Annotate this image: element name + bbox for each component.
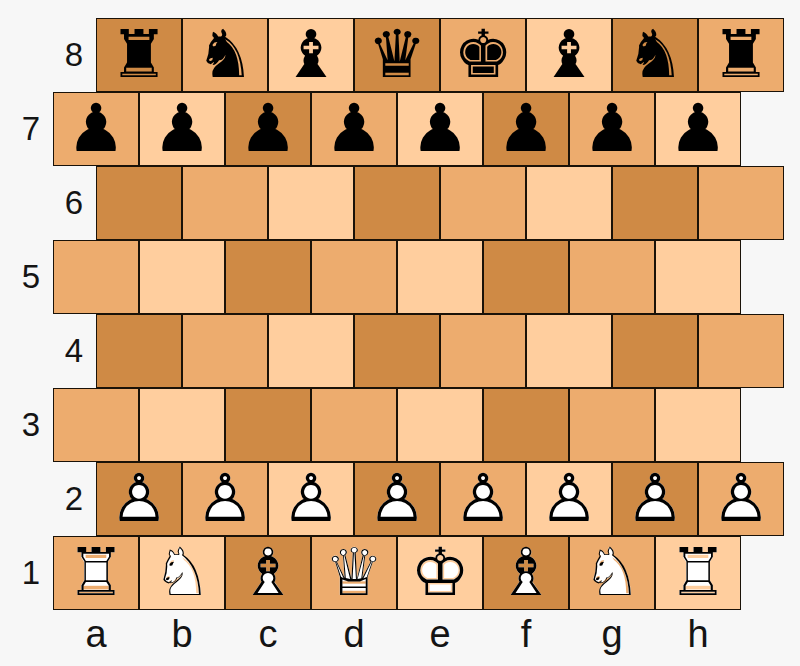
square-b1[interactable]: ♞♘ — [139, 536, 225, 610]
piece-glyph: ♝ — [527, 19, 611, 91]
square-a6[interactable] — [96, 166, 182, 240]
piece-outline: ♕ — [312, 537, 396, 609]
square-a8[interactable]: ♜ — [96, 18, 182, 92]
piece-black-pawn: ♟ — [226, 93, 310, 165]
square-c7[interactable]: ♟ — [225, 92, 311, 166]
square-d5[interactable] — [311, 240, 397, 314]
square-f6[interactable] — [526, 166, 612, 240]
piece-white-pawn: ♟♙ — [183, 463, 267, 535]
square-c3[interactable] — [225, 388, 311, 462]
square-e7[interactable]: ♟ — [397, 92, 483, 166]
square-e2[interactable]: ♟♙ — [440, 462, 526, 536]
rank-label-5: 5 — [10, 240, 53, 314]
rank-row-8: 8♜♞♝♛♚♝♞♜ — [0, 18, 800, 92]
square-g6[interactable] — [612, 166, 698, 240]
square-b2[interactable]: ♟♙ — [182, 462, 268, 536]
piece-white-pawn: ♟♙ — [355, 463, 439, 535]
rank-row-5: 5 — [0, 240, 800, 314]
piece-glyph: ♝ — [269, 19, 353, 91]
file-label-f: f — [483, 613, 569, 655]
file-label-h: h — [655, 613, 741, 655]
rank-label-3: 3 — [10, 388, 53, 462]
square-a7[interactable]: ♟ — [53, 92, 139, 166]
square-a3[interactable] — [53, 388, 139, 462]
square-g4[interactable] — [612, 314, 698, 388]
piece-outline: ♙ — [183, 463, 267, 535]
square-a2[interactable]: ♟♙ — [96, 462, 182, 536]
square-g3[interactable] — [569, 388, 655, 462]
square-h6[interactable] — [698, 166, 784, 240]
square-e6[interactable] — [440, 166, 526, 240]
rank-row-7: 7♟♟♟♟♟♟♟♟ — [0, 92, 800, 166]
piece-white-pawn: ♟♙ — [613, 463, 697, 535]
square-h3[interactable] — [655, 388, 741, 462]
piece-glyph: ♟ — [656, 93, 740, 165]
square-c1[interactable]: ♝♗ — [225, 536, 311, 610]
square-b3[interactable] — [139, 388, 225, 462]
piece-white-rook: ♜♖ — [656, 537, 740, 609]
rank-row-3: 3 — [0, 388, 800, 462]
chessboard: 8♜♞♝♛♚♝♞♜7♟♟♟♟♟♟♟♟65432♟♙♟♙♟♙♟♙♟♙♟♙♟♙♟♙1… — [0, 0, 800, 655]
square-f3[interactable] — [483, 388, 569, 462]
piece-black-pawn: ♟ — [656, 93, 740, 165]
piece-outline: ♙ — [269, 463, 353, 535]
piece-outline: ♘ — [140, 537, 224, 609]
piece-outline: ♙ — [441, 463, 525, 535]
piece-black-pawn: ♟ — [398, 93, 482, 165]
piece-black-knight: ♞ — [613, 19, 697, 91]
square-b7[interactable]: ♟ — [139, 92, 225, 166]
piece-glyph: ♟ — [312, 93, 396, 165]
piece-outline: ♖ — [54, 537, 138, 609]
square-d1[interactable]: ♛♕ — [311, 536, 397, 610]
square-a5[interactable] — [53, 240, 139, 314]
piece-white-knight: ♞♘ — [140, 537, 224, 609]
square-e4[interactable] — [440, 314, 526, 388]
rank-label-4: 4 — [53, 314, 96, 388]
piece-glyph: ♟ — [484, 93, 568, 165]
piece-black-bishop: ♝ — [527, 19, 611, 91]
square-c4[interactable] — [268, 314, 354, 388]
piece-black-pawn: ♟ — [312, 93, 396, 165]
square-f2[interactable]: ♟♙ — [526, 462, 612, 536]
piece-glyph: ♟ — [226, 93, 310, 165]
square-f7[interactable]: ♟ — [483, 92, 569, 166]
square-g1[interactable]: ♞♘ — [569, 536, 655, 610]
square-b8[interactable]: ♞ — [182, 18, 268, 92]
piece-black-rook: ♜ — [699, 19, 783, 91]
piece-outline: ♙ — [699, 463, 783, 535]
square-d6[interactable] — [354, 166, 440, 240]
piece-white-pawn: ♟♙ — [527, 463, 611, 535]
piece-glyph: ♛ — [355, 19, 439, 91]
square-h8[interactable]: ♜ — [698, 18, 784, 92]
piece-glyph: ♟ — [140, 93, 224, 165]
square-h1[interactable]: ♜♖ — [655, 536, 741, 610]
square-g8[interactable]: ♞ — [612, 18, 698, 92]
square-h4[interactable] — [698, 314, 784, 388]
file-labels: abcdefgh — [0, 613, 800, 655]
piece-black-king: ♚ — [441, 19, 525, 91]
piece-white-rook: ♜♖ — [54, 537, 138, 609]
piece-white-pawn: ♟♙ — [699, 463, 783, 535]
piece-outline: ♘ — [570, 537, 654, 609]
piece-outline: ♔ — [398, 537, 482, 609]
piece-glyph: ♜ — [699, 19, 783, 91]
piece-black-bishop: ♝ — [269, 19, 353, 91]
square-f8[interactable]: ♝ — [526, 18, 612, 92]
piece-outline: ♙ — [97, 463, 181, 535]
piece-outline: ♖ — [656, 537, 740, 609]
square-f5[interactable] — [483, 240, 569, 314]
rank-label-1: 1 — [10, 536, 53, 610]
piece-outline: ♙ — [355, 463, 439, 535]
file-label-a: a — [53, 613, 139, 655]
piece-glyph: ♟ — [398, 93, 482, 165]
square-a4[interactable] — [96, 314, 182, 388]
rank-row-2: 2♟♙♟♙♟♙♟♙♟♙♟♙♟♙♟♙ — [0, 462, 800, 536]
square-h2[interactable]: ♟♙ — [698, 462, 784, 536]
file-label-c: c — [225, 613, 311, 655]
square-e3[interactable] — [397, 388, 483, 462]
square-e8[interactable]: ♚ — [440, 18, 526, 92]
piece-white-pawn: ♟♙ — [269, 463, 353, 535]
square-d3[interactable] — [311, 388, 397, 462]
piece-white-pawn: ♟♙ — [97, 463, 181, 535]
piece-black-pawn: ♟ — [140, 93, 224, 165]
piece-white-bishop: ♝♗ — [226, 537, 310, 609]
piece-glyph: ♚ — [441, 19, 525, 91]
square-d8[interactable]: ♛ — [354, 18, 440, 92]
file-label-g: g — [569, 613, 655, 655]
square-h5[interactable] — [655, 240, 741, 314]
square-b6[interactable] — [182, 166, 268, 240]
rank-label-6: 6 — [53, 166, 96, 240]
square-d2[interactable]: ♟♙ — [354, 462, 440, 536]
piece-white-knight: ♞♘ — [570, 537, 654, 609]
piece-outline: ♗ — [226, 537, 310, 609]
piece-glyph: ♟ — [570, 93, 654, 165]
rank-row-1: 1♜♖♞♘♝♗♛♕♚♔♝♗♞♘♜♖ — [0, 536, 800, 610]
piece-black-knight: ♞ — [183, 19, 267, 91]
piece-outline: ♗ — [484, 537, 568, 609]
square-h7[interactable]: ♟ — [655, 92, 741, 166]
rank-row-4: 4 — [0, 314, 800, 388]
square-f1[interactable]: ♝♗ — [483, 536, 569, 610]
square-g2[interactable]: ♟♙ — [612, 462, 698, 536]
rank-label-8: 8 — [53, 18, 96, 92]
square-c2[interactable]: ♟♙ — [268, 462, 354, 536]
square-a1[interactable]: ♜♖ — [53, 536, 139, 610]
piece-outline: ♙ — [613, 463, 697, 535]
square-g7[interactable]: ♟ — [569, 92, 655, 166]
piece-black-rook: ♜ — [97, 19, 181, 91]
rank-row-6: 6 — [0, 166, 800, 240]
piece-outline: ♙ — [527, 463, 611, 535]
file-label-b: b — [139, 613, 225, 655]
piece-glyph: ♞ — [613, 19, 697, 91]
square-b4[interactable] — [182, 314, 268, 388]
rank-label-2: 2 — [53, 462, 96, 536]
square-d7[interactable]: ♟ — [311, 92, 397, 166]
piece-white-bishop: ♝♗ — [484, 537, 568, 609]
piece-white-queen: ♛♕ — [312, 537, 396, 609]
file-label-e: e — [397, 613, 483, 655]
piece-black-pawn: ♟ — [484, 93, 568, 165]
square-d4[interactable] — [354, 314, 440, 388]
piece-glyph: ♟ — [54, 93, 138, 165]
rank-label-7: 7 — [10, 92, 53, 166]
file-label-d: d — [311, 613, 397, 655]
piece-white-pawn: ♟♙ — [441, 463, 525, 535]
piece-black-pawn: ♟ — [54, 93, 138, 165]
piece-black-pawn: ♟ — [570, 93, 654, 165]
square-g5[interactable] — [569, 240, 655, 314]
square-c8[interactable]: ♝ — [268, 18, 354, 92]
piece-glyph: ♜ — [97, 19, 181, 91]
square-f4[interactable] — [526, 314, 612, 388]
square-c5[interactable] — [225, 240, 311, 314]
piece-glyph: ♞ — [183, 19, 267, 91]
square-b5[interactable] — [139, 240, 225, 314]
square-e5[interactable] — [397, 240, 483, 314]
piece-white-king: ♚♔ — [398, 537, 482, 609]
square-c6[interactable] — [268, 166, 354, 240]
square-e1[interactable]: ♚♔ — [397, 536, 483, 610]
piece-black-queen: ♛ — [355, 19, 439, 91]
